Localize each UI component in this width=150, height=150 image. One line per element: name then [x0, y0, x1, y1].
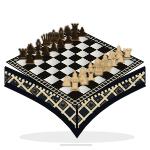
white-rook: ♜ — [116, 46, 138, 62]
black-rook: ♜ — [65, 21, 85, 36]
watermark — [60, 144, 92, 146]
black-knight: ♞ — [58, 23, 78, 39]
square — [104, 50, 118, 58]
chess-board: ♜♞♝♛♚♝♞♜♟♟♟♟♟♟♟♟♟♟♟♟♟♟♟♟♜♞♝♛♚♝♞♜ — [7, 28, 143, 105]
board-scene: ♜♞♝♛♚♝♞♜♟♟♟♟♟♟♟♟♟♟♟♟♟♟♟♟♜♞♝♛♚♝♞♜ — [0, 0, 150, 150]
square: ♜ — [120, 58, 135, 66]
chess-set-photo: ♜♞♝♛♚♝♞♜♟♟♟♟♟♟♟♟♟♟♟♟♟♟♟♟♜♞♝♛♚♝♞♜ — [0, 0, 150, 150]
board-grid: ♜♞♝♛♚♝♞♜♟♟♟♟♟♟♟♟♟♟♟♟♟♟♟♟♜♞♝♛♚♝♞♜ — [16, 32, 135, 99]
